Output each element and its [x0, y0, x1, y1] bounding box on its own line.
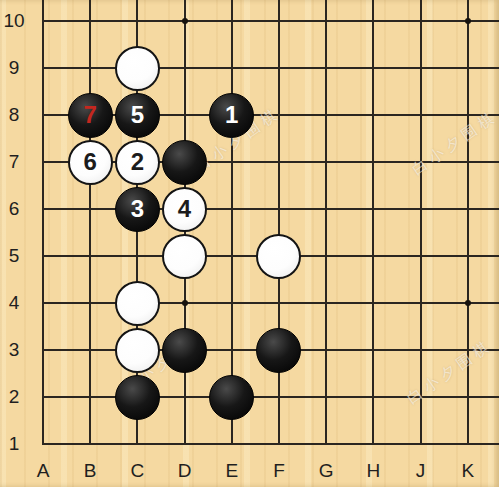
- stone-black-F3: [256, 328, 301, 373]
- column-label-K: K: [461, 460, 474, 482]
- column-label-G: G: [319, 460, 334, 482]
- stone-black-B8: 7: [68, 93, 113, 138]
- stone-white-C4: [115, 281, 160, 326]
- move-number-3: 3: [131, 197, 144, 221]
- column-label-F: F: [273, 460, 285, 482]
- stone-white-C3: [115, 328, 160, 373]
- stone-white-C7: 2: [115, 140, 160, 185]
- move-number-4: 4: [178, 197, 191, 221]
- stone-white-F5: [256, 234, 301, 279]
- column-labels: ABCDEFGHJK: [0, 0, 499, 487]
- stone-black-C6: 3: [115, 187, 160, 232]
- stone-white-D5: [162, 234, 207, 279]
- stone-black-C8: 5: [115, 93, 160, 138]
- column-label-A: A: [37, 460, 50, 482]
- stone-white-B7: 6: [68, 140, 113, 185]
- column-label-C: C: [131, 460, 145, 482]
- stone-black-E8: 1: [209, 93, 254, 138]
- move-number-5: 5: [131, 103, 144, 127]
- go-board[interactable]: 白小夕围棋白小夕围棋白小夕围棋白小夕围棋 7516234 10987654321…: [0, 0, 499, 487]
- column-label-E: E: [225, 460, 238, 482]
- column-label-H: H: [367, 460, 381, 482]
- column-label-D: D: [178, 460, 192, 482]
- stone-white-D6: 4: [162, 187, 207, 232]
- stone-black-D7: [162, 140, 207, 185]
- stone-black-D3: [162, 328, 207, 373]
- column-label-J: J: [416, 460, 426, 482]
- column-label-B: B: [84, 460, 97, 482]
- move-number-1: 1: [225, 103, 238, 127]
- stone-white-C9: [115, 46, 160, 91]
- move-number-7: 7: [83, 103, 96, 127]
- move-number-2: 2: [131, 150, 144, 174]
- move-number-6: 6: [83, 150, 96, 174]
- stone-black-C2: [115, 375, 160, 420]
- go-diagram-screenshot: 白小夕围棋白小夕围棋白小夕围棋白小夕围棋 7516234 10987654321…: [0, 0, 499, 487]
- stone-black-E2: [209, 375, 254, 420]
